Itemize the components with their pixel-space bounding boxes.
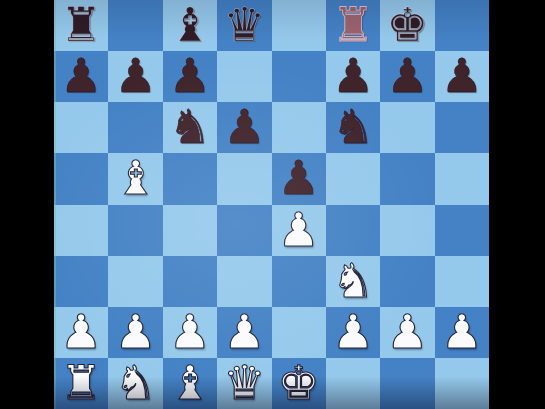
- square-h3[interactable]: [435, 256, 489, 307]
- square-a7[interactable]: ♟: [54, 51, 108, 102]
- square-d1[interactable]: ♛: [217, 358, 271, 409]
- square-h7[interactable]: ♟: [435, 51, 489, 102]
- square-a4[interactable]: [54, 205, 108, 256]
- square-e1[interactable]: ♚: [272, 358, 326, 409]
- square-g8[interactable]: ♚: [380, 0, 434, 51]
- square-b8[interactable]: [108, 0, 162, 51]
- square-d3[interactable]: [217, 256, 271, 307]
- square-f2[interactable]: ♟: [326, 307, 380, 358]
- square-e6[interactable]: [272, 102, 326, 153]
- black-bishop[interactable]: ♝: [169, 1, 211, 48]
- square-h1[interactable]: [435, 358, 489, 409]
- square-e4[interactable]: ♟: [272, 205, 326, 256]
- square-a5[interactable]: [54, 153, 108, 204]
- square-h8[interactable]: [435, 0, 489, 51]
- square-g3[interactable]: [380, 256, 434, 307]
- letterbox-right-bar: [489, 0, 545, 409]
- black-rook-highlighted[interactable]: ♜: [332, 1, 374, 48]
- square-f6[interactable]: ♞: [326, 102, 380, 153]
- white-pawn[interactable]: ♟: [278, 206, 320, 253]
- black-pawn[interactable]: ♟: [60, 52, 102, 99]
- white-pawn[interactable]: ♟: [114, 308, 156, 355]
- white-rook[interactable]: ♜: [60, 359, 102, 406]
- square-a3[interactable]: [54, 256, 108, 307]
- square-g4[interactable]: [380, 205, 434, 256]
- black-knight[interactable]: ♞: [332, 103, 374, 150]
- white-king[interactable]: ♚: [278, 359, 320, 406]
- white-bishop[interactable]: ♝: [169, 359, 211, 406]
- square-b1[interactable]: ♞: [108, 358, 162, 409]
- square-c2[interactable]: ♟: [163, 307, 217, 358]
- square-c3[interactable]: [163, 256, 217, 307]
- square-d6[interactable]: ♟: [217, 102, 271, 153]
- square-f5[interactable]: [326, 153, 380, 204]
- letterbox-left-bar: [0, 0, 54, 409]
- black-queen[interactable]: ♛: [223, 1, 265, 48]
- square-e7[interactable]: [272, 51, 326, 102]
- square-g1[interactable]: [380, 358, 434, 409]
- video-frame: ♜♝♛♜♚♟♟♟♟♟♟♞♟♞♝♟♟♞♟♟♟♟♟♟♟♜♞♝♛♚: [0, 0, 545, 409]
- white-pawn[interactable]: ♟: [386, 308, 428, 355]
- square-f8[interactable]: ♜: [326, 0, 380, 51]
- square-a2[interactable]: ♟: [54, 307, 108, 358]
- white-queen[interactable]: ♛: [223, 359, 265, 406]
- square-c5[interactable]: [163, 153, 217, 204]
- square-h2[interactable]: ♟: [435, 307, 489, 358]
- square-e2[interactable]: [272, 307, 326, 358]
- board-area: ♜♝♛♜♚♟♟♟♟♟♟♞♟♞♝♟♟♞♟♟♟♟♟♟♟♜♞♝♛♚: [54, 0, 489, 409]
- square-d4[interactable]: [217, 205, 271, 256]
- black-pawn[interactable]: ♟: [169, 52, 211, 99]
- square-b4[interactable]: [108, 205, 162, 256]
- square-e5[interactable]: ♟: [272, 153, 326, 204]
- square-c7[interactable]: ♟: [163, 51, 217, 102]
- square-c6[interactable]: ♞: [163, 102, 217, 153]
- white-bishop[interactable]: ♝: [114, 154, 156, 201]
- square-b3[interactable]: [108, 256, 162, 307]
- square-e3[interactable]: [272, 256, 326, 307]
- square-a8[interactable]: ♜: [54, 0, 108, 51]
- square-c8[interactable]: ♝: [163, 0, 217, 51]
- square-c1[interactable]: ♝: [163, 358, 217, 409]
- white-knight[interactable]: ♞: [114, 359, 156, 406]
- black-pawn[interactable]: ♟: [223, 103, 265, 150]
- square-b7[interactable]: ♟: [108, 51, 162, 102]
- black-pawn[interactable]: ♟: [386, 52, 428, 99]
- white-pawn[interactable]: ♟: [223, 308, 265, 355]
- square-g5[interactable]: [380, 153, 434, 204]
- square-g6[interactable]: [380, 102, 434, 153]
- black-pawn[interactable]: ♟: [332, 52, 374, 99]
- square-a6[interactable]: [54, 102, 108, 153]
- square-d5[interactable]: [217, 153, 271, 204]
- square-a1[interactable]: ♜: [54, 358, 108, 409]
- square-f1[interactable]: [326, 358, 380, 409]
- square-h4[interactable]: [435, 205, 489, 256]
- square-f4[interactable]: [326, 205, 380, 256]
- square-h6[interactable]: [435, 102, 489, 153]
- square-b2[interactable]: ♟: [108, 307, 162, 358]
- square-d7[interactable]: [217, 51, 271, 102]
- square-b5[interactable]: ♝: [108, 153, 162, 204]
- square-g7[interactable]: ♟: [380, 51, 434, 102]
- square-b6[interactable]: [108, 102, 162, 153]
- white-pawn[interactable]: ♟: [60, 308, 102, 355]
- square-e8[interactable]: [272, 0, 326, 51]
- chess-board: ♜♝♛♜♚♟♟♟♟♟♟♞♟♞♝♟♟♞♟♟♟♟♟♟♟♜♞♝♛♚: [54, 0, 489, 409]
- square-f3[interactable]: ♞: [326, 256, 380, 307]
- white-pawn[interactable]: ♟: [441, 308, 483, 355]
- black-pawn[interactable]: ♟: [278, 154, 320, 201]
- white-knight[interactable]: ♞: [332, 257, 374, 304]
- black-pawn[interactable]: ♟: [114, 52, 156, 99]
- square-f7[interactable]: ♟: [326, 51, 380, 102]
- black-rook[interactable]: ♜: [60, 1, 102, 48]
- white-pawn[interactable]: ♟: [169, 308, 211, 355]
- white-pawn[interactable]: ♟: [332, 308, 374, 355]
- square-c4[interactable]: [163, 205, 217, 256]
- square-d8[interactable]: ♛: [217, 0, 271, 51]
- black-knight[interactable]: ♞: [169, 103, 211, 150]
- square-d2[interactable]: ♟: [217, 307, 271, 358]
- square-g2[interactable]: ♟: [380, 307, 434, 358]
- black-pawn[interactable]: ♟: [441, 52, 483, 99]
- square-h5[interactable]: [435, 153, 489, 204]
- black-king[interactable]: ♚: [386, 1, 428, 48]
